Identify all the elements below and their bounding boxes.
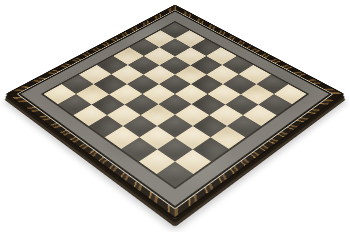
board-frame: [18, 10, 332, 208]
product-photo-background: [0, 0, 350, 232]
chess-board: [5, 4, 344, 219]
chess-board-field: [41, 21, 310, 189]
